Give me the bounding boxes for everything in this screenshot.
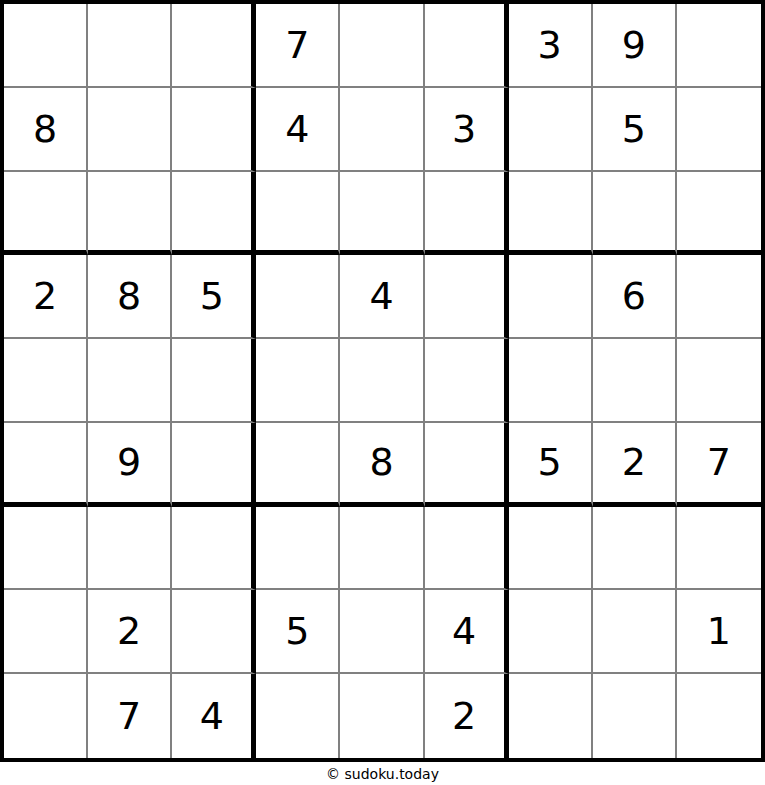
cell-r5c7[interactable] <box>509 339 593 423</box>
cell-r8c4[interactable]: 5 <box>256 590 340 674</box>
cell-r1c2[interactable] <box>88 4 172 88</box>
cell-r3c7[interactable] <box>509 172 593 256</box>
sudoku-board: 739843528546985272541742 <box>0 0 765 762</box>
cell-r9c4[interactable] <box>256 674 340 758</box>
cell-r9c9[interactable] <box>677 674 761 758</box>
cell-r8c7[interactable] <box>509 590 593 674</box>
cell-r6c5[interactable]: 8 <box>340 423 424 507</box>
cell-r6c3[interactable] <box>172 423 256 507</box>
cell-r4c7[interactable] <box>509 255 593 339</box>
cell-r5c4[interactable] <box>256 339 340 423</box>
cell-r3c2[interactable] <box>88 172 172 256</box>
cell-r1c4[interactable]: 7 <box>256 4 340 88</box>
cell-r6c4[interactable] <box>256 423 340 507</box>
cell-r9c2[interactable]: 7 <box>88 674 172 758</box>
sudoku-page: 739843528546985272541742 © sudoku.today <box>0 0 765 785</box>
cell-r3c6[interactable] <box>425 172 509 256</box>
cell-r2c5[interactable] <box>340 88 424 172</box>
cell-r2c6[interactable]: 3 <box>425 88 509 172</box>
cell-r1c3[interactable] <box>172 4 256 88</box>
cell-r2c3[interactable] <box>172 88 256 172</box>
cell-r2c8[interactable]: 5 <box>593 88 677 172</box>
cell-r9c3[interactable]: 4 <box>172 674 256 758</box>
cell-r7c7[interactable] <box>509 507 593 591</box>
cell-r4c9[interactable] <box>677 255 761 339</box>
cell-r3c4[interactable] <box>256 172 340 256</box>
cell-r9c6[interactable]: 2 <box>425 674 509 758</box>
cell-r5c5[interactable] <box>340 339 424 423</box>
cell-r9c1[interactable] <box>4 674 88 758</box>
cell-r1c7[interactable]: 3 <box>509 4 593 88</box>
cell-r4c8[interactable]: 6 <box>593 255 677 339</box>
cell-r5c6[interactable] <box>425 339 509 423</box>
cell-r7c5[interactable] <box>340 507 424 591</box>
cell-r8c9[interactable]: 1 <box>677 590 761 674</box>
cell-r1c6[interactable] <box>425 4 509 88</box>
cell-r4c6[interactable] <box>425 255 509 339</box>
cell-r7c3[interactable] <box>172 507 256 591</box>
cell-r4c5[interactable]: 4 <box>340 255 424 339</box>
cell-r3c3[interactable] <box>172 172 256 256</box>
cell-r8c3[interactable] <box>172 590 256 674</box>
cell-r3c5[interactable] <box>340 172 424 256</box>
cell-r3c9[interactable] <box>677 172 761 256</box>
cell-r1c8[interactable]: 9 <box>593 4 677 88</box>
cell-r9c8[interactable] <box>593 674 677 758</box>
cell-r3c1[interactable] <box>4 172 88 256</box>
cell-r9c7[interactable] <box>509 674 593 758</box>
cell-r5c9[interactable] <box>677 339 761 423</box>
cell-r4c3[interactable]: 5 <box>172 255 256 339</box>
cell-r7c4[interactable] <box>256 507 340 591</box>
cell-r8c5[interactable] <box>340 590 424 674</box>
cell-r7c1[interactable] <box>4 507 88 591</box>
cell-r8c6[interactable]: 4 <box>425 590 509 674</box>
cell-r5c2[interactable] <box>88 339 172 423</box>
cell-r6c9[interactable]: 7 <box>677 423 761 507</box>
cell-r8c8[interactable] <box>593 590 677 674</box>
cell-r7c6[interactable] <box>425 507 509 591</box>
cell-r2c2[interactable] <box>88 88 172 172</box>
cell-r6c6[interactable] <box>425 423 509 507</box>
cell-r8c2[interactable]: 2 <box>88 590 172 674</box>
cell-r4c4[interactable] <box>256 255 340 339</box>
cell-r5c3[interactable] <box>172 339 256 423</box>
cell-r7c8[interactable] <box>593 507 677 591</box>
cell-r6c2[interactable]: 9 <box>88 423 172 507</box>
cell-r6c1[interactable] <box>4 423 88 507</box>
cell-r1c9[interactable] <box>677 4 761 88</box>
cell-r2c1[interactable]: 8 <box>4 88 88 172</box>
cell-r6c8[interactable]: 2 <box>593 423 677 507</box>
cell-r8c1[interactable] <box>4 590 88 674</box>
cell-r5c8[interactable] <box>593 339 677 423</box>
cell-r7c2[interactable] <box>88 507 172 591</box>
copyright-caption: © sudoku.today <box>0 762 765 785</box>
cell-r4c2[interactable]: 8 <box>88 255 172 339</box>
cell-r4c1[interactable]: 2 <box>4 255 88 339</box>
cell-r6c7[interactable]: 5 <box>509 423 593 507</box>
cell-r1c1[interactable] <box>4 4 88 88</box>
cell-r3c8[interactable] <box>593 172 677 256</box>
cell-r9c5[interactable] <box>340 674 424 758</box>
cell-r5c1[interactable] <box>4 339 88 423</box>
cell-r7c9[interactable] <box>677 507 761 591</box>
cell-r2c7[interactable] <box>509 88 593 172</box>
cell-r2c4[interactable]: 4 <box>256 88 340 172</box>
cell-r1c5[interactable] <box>340 4 424 88</box>
cell-r2c9[interactable] <box>677 88 761 172</box>
